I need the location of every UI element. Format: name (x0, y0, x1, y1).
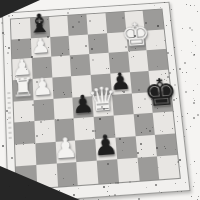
board-grid: ♝♟♚♟♜♟♟♟♛♚♟♟ (11, 9, 180, 189)
square-e8[interactable] (86, 13, 106, 34)
square-b7[interactable]: ♟ (31, 37, 51, 58)
square-c5[interactable] (52, 76, 73, 98)
square-c6[interactable] (51, 56, 72, 78)
board-border: ♝♟♚♟♜♟♟♟♛♚♟♟ ❖❖ (2, 2, 191, 200)
square-a3[interactable] (14, 121, 35, 144)
photo-background: ♝♟♚♟♜♟♟♟♛♚♟♟ ❖❖ (0, 0, 200, 200)
square-a4[interactable] (14, 100, 35, 123)
piece-white-king-g7[interactable]: ♚ (120, 18, 152, 51)
square-d1[interactable] (77, 161, 99, 185)
square-g3[interactable] (133, 113, 155, 136)
square-h1[interactable] (157, 155, 180, 179)
square-c1[interactable] (56, 162, 78, 186)
square-e4[interactable]: ♛ (92, 94, 113, 117)
square-e7[interactable] (88, 33, 109, 54)
square-c7[interactable] (50, 35, 70, 56)
square-g6[interactable] (128, 50, 149, 72)
piece-white-pawn-b7[interactable]: ♟ (31, 35, 51, 57)
square-c2[interactable]: ♟ (55, 140, 76, 164)
square-g1[interactable] (137, 157, 159, 181)
square-g2[interactable] (135, 135, 157, 159)
square-a5[interactable]: ♜ (13, 79, 33, 101)
square-h4[interactable]: ♚ (151, 90, 173, 113)
square-d8[interactable] (68, 14, 88, 35)
square-g7[interactable]: ♚ (126, 30, 147, 51)
square-h3[interactable] (153, 112, 175, 135)
piece-black-king-h4[interactable]: ♚ (142, 73, 179, 112)
square-d7[interactable] (69, 34, 89, 55)
square-h6[interactable] (147, 49, 168, 71)
piece-white-pawn-c2[interactable]: ♟ (53, 134, 79, 163)
piece-black-pawn-e2[interactable]: ♟ (92, 131, 119, 160)
piece-white-pawn-b5[interactable]: ♟ (31, 74, 53, 99)
square-b5[interactable]: ♟ (32, 77, 53, 99)
square-e1[interactable] (97, 160, 119, 184)
square-e6[interactable] (89, 53, 110, 75)
square-b4[interactable] (33, 98, 54, 121)
square-d6[interactable] (70, 54, 91, 76)
piece-white-queen-e4[interactable]: ♛ (86, 82, 118, 116)
square-a2[interactable] (15, 143, 36, 167)
square-h2[interactable] (155, 133, 177, 157)
square-e2[interactable]: ♟ (95, 137, 117, 161)
chess-board: ♝♟♚♟♜♟♟♟♛♚♟♟ ❖❖ (2, 2, 191, 200)
square-f1[interactable] (117, 158, 139, 182)
